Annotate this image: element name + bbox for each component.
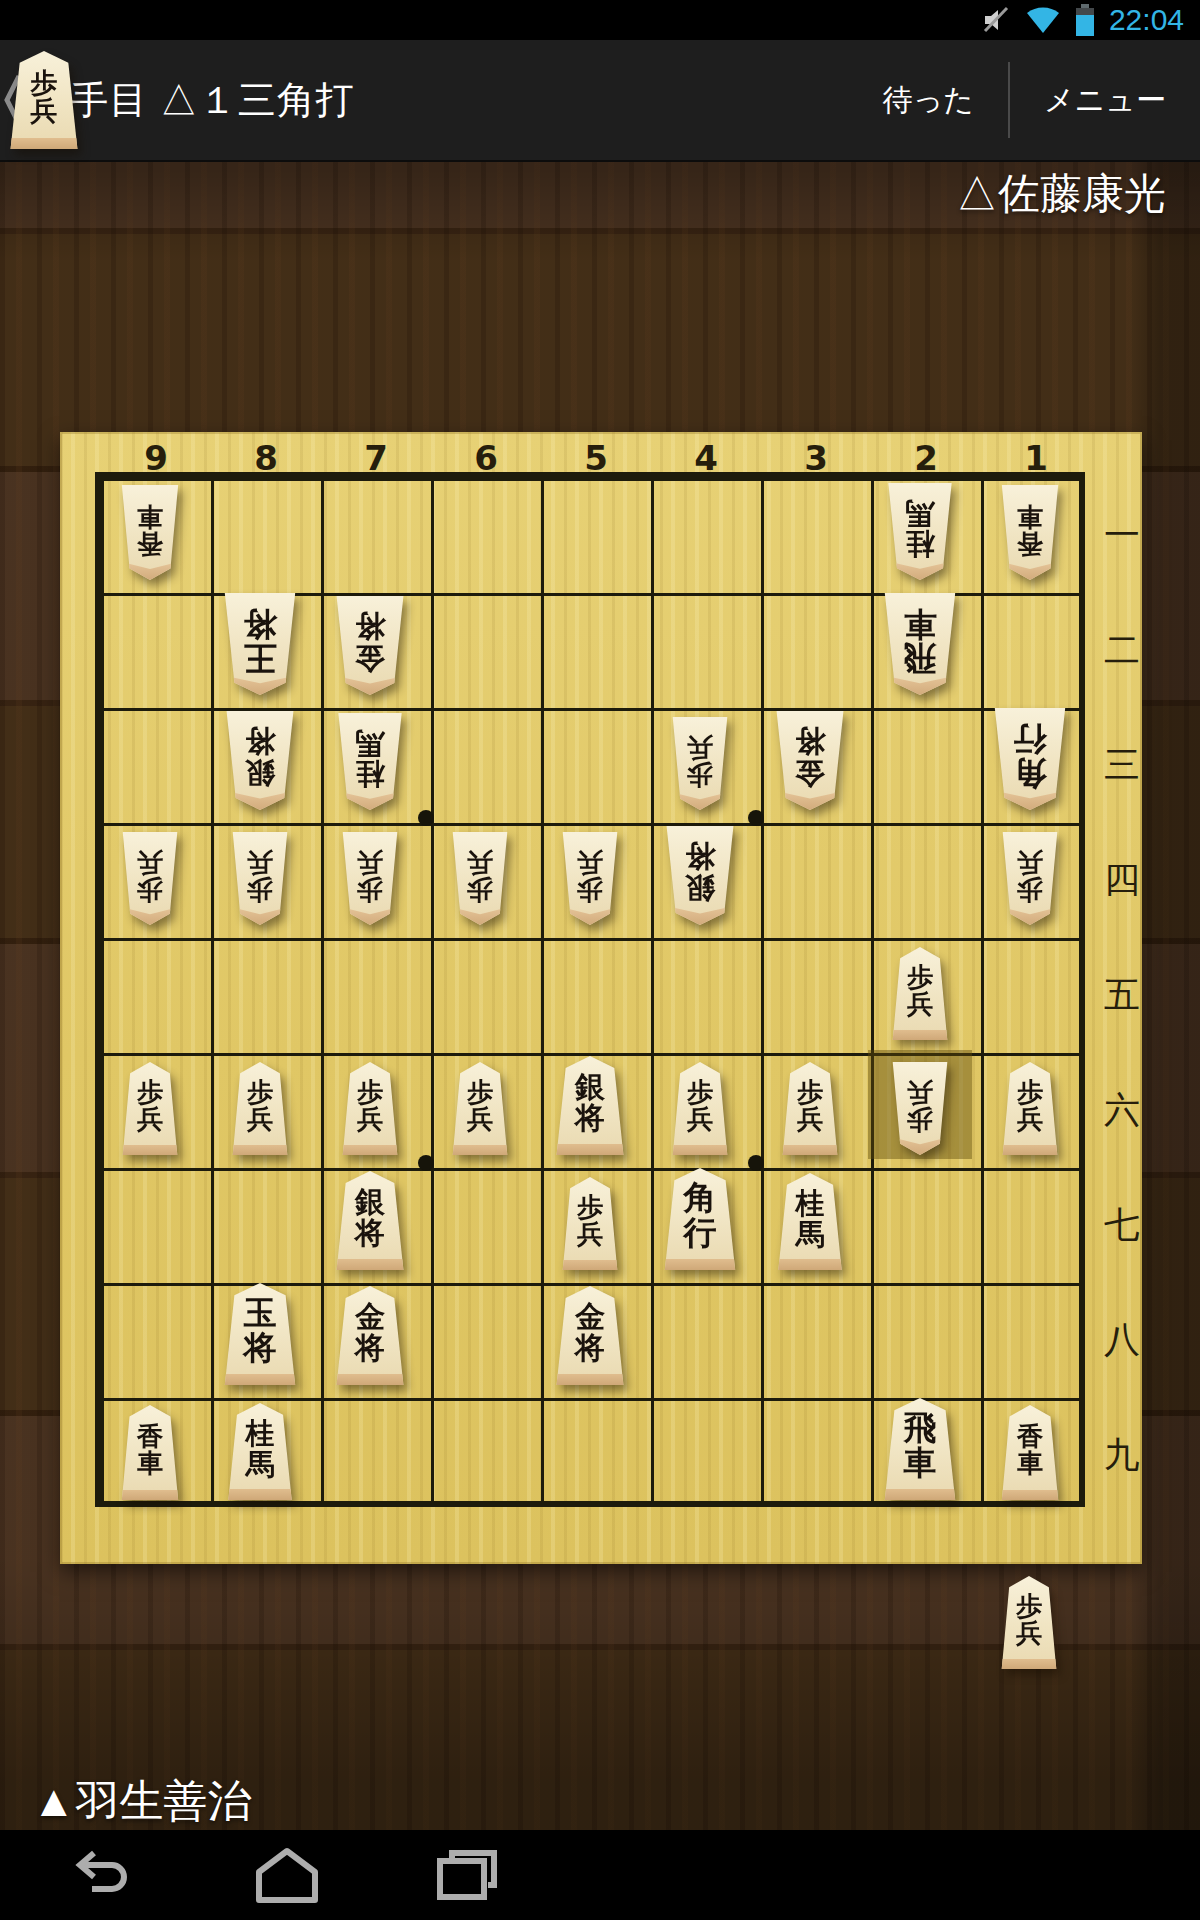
piece-kanji: 歩兵 — [999, 832, 1061, 925]
gote-silver-piece[interactable]: 銀将 — [662, 826, 738, 925]
rank-label: 八 — [1095, 1283, 1149, 1398]
piece-kanji: 歩兵 — [449, 1062, 511, 1155]
gote-pawn-piece[interactable]: 歩兵 — [119, 832, 181, 925]
undo-button[interactable]: 待った — [848, 40, 1007, 160]
piece-kanji: 角行 — [660, 1168, 740, 1270]
piece-kanji: 王将 — [220, 593, 300, 695]
piece-kanji: 桂馬 — [774, 1173, 846, 1270]
file-label: 5 — [541, 438, 651, 478]
rank-label: 五 — [1095, 938, 1149, 1053]
back-icon[interactable] — [40, 1830, 160, 1920]
wifi-icon — [1025, 5, 1061, 35]
app-logo-piece: 歩兵 — [6, 51, 82, 149]
sente-knight-piece[interactable]: 桂馬 — [774, 1173, 846, 1270]
square-2-3[interactable] — [871, 708, 981, 823]
piece-kanji: 香車 — [118, 1405, 182, 1500]
square-2-7[interactable] — [871, 1168, 981, 1283]
square-9-7[interactable] — [101, 1168, 211, 1283]
gote-pawn-piece[interactable]: 歩兵 — [449, 832, 511, 925]
square-6-8[interactable] — [431, 1283, 541, 1398]
piece-kanji: 歩兵 — [229, 832, 291, 925]
app-bar: 歩兵 58手目 △１三角打 待った メニュー — [0, 40, 1200, 162]
gote-pawn-piece[interactable]: 歩兵 — [559, 832, 621, 925]
rank-label: 二 — [1095, 593, 1149, 708]
gote-player-name: △佐藤康光 — [956, 166, 1166, 222]
square-1-2[interactable] — [981, 593, 1091, 708]
file-label: 8 — [211, 438, 321, 478]
square-2-4[interactable] — [871, 823, 981, 938]
square-4-9[interactable] — [651, 1398, 761, 1513]
square-6-1[interactable] — [431, 478, 541, 593]
square-5-2[interactable] — [541, 593, 651, 708]
home-icon[interactable] — [227, 1830, 347, 1920]
square-1-8[interactable] — [981, 1283, 1091, 1398]
piece-kanji: 桂馬 — [334, 713, 406, 810]
gote-rook-piece[interactable]: 飛車 — [880, 593, 960, 695]
square-4-5[interactable] — [651, 938, 761, 1053]
square-9-5[interactable] — [101, 938, 211, 1053]
file-label: 3 — [761, 438, 871, 478]
square-3-5[interactable] — [761, 938, 871, 1053]
piece-kanji: 桂馬 — [884, 483, 956, 580]
sente-pawn-piece[interactable]: 歩兵 — [229, 1062, 291, 1155]
clock: 22:04 — [1109, 5, 1184, 35]
piece-kanji: 角行 — [990, 708, 1070, 810]
file-label: 4 — [651, 438, 761, 478]
sente-pawn-piece[interactable]: 歩兵 — [999, 1062, 1061, 1155]
gote-lance-piece[interactable]: 香車 — [998, 485, 1062, 580]
sente-pawn-piece[interactable]: 歩兵 — [669, 1062, 731, 1155]
square-4-2[interactable] — [651, 593, 761, 708]
piece-kanji: 歩兵 — [998, 1576, 1060, 1669]
square-3-4[interactable] — [761, 823, 871, 938]
square-7-5[interactable] — [321, 938, 431, 1053]
sente-player-name: ▲羽生善治 — [32, 1772, 252, 1831]
file-label: 9 — [101, 438, 211, 478]
file-label: 1 — [981, 438, 1091, 478]
sente-knight-piece[interactable]: 桂馬 — [224, 1403, 296, 1500]
gote-knight-piece[interactable]: 桂馬 — [334, 713, 406, 810]
piece-kanji: 銀将 — [222, 711, 298, 810]
sente-pawn-piece[interactable]: 歩兵 — [339, 1062, 401, 1155]
piece-kanji: 歩兵 — [669, 717, 731, 810]
piece-kanji: 桂馬 — [224, 1403, 296, 1500]
gote-silver-piece[interactable]: 銀将 — [222, 711, 298, 810]
square-6-9[interactable] — [431, 1398, 541, 1513]
sente-rook-piece[interactable]: 飛車 — [880, 1398, 960, 1500]
piece-kanji: 歩兵 — [559, 832, 621, 925]
file-label: 2 — [871, 438, 981, 478]
sente-pawn-piece[interactable]: 歩兵 — [779, 1062, 841, 1155]
app-screen: 22:04 歩兵 58手目 △１三角打 待った メニュー △佐藤康光 ▲羽生善治… — [0, 0, 1200, 1920]
gote-pawn-piece[interactable]: 歩兵 — [669, 717, 731, 810]
piece-kanji: 歩兵 — [999, 1062, 1061, 1155]
piece-kanji: 香車 — [118, 485, 182, 580]
square-7-1[interactable] — [321, 478, 431, 593]
sente-pawn-piece[interactable]: 歩兵 — [889, 947, 951, 1040]
piece-kanji: 歩兵 — [229, 1062, 291, 1155]
square-4-8[interactable] — [651, 1283, 761, 1398]
square-1-7[interactable] — [981, 1168, 1091, 1283]
app-bar-actions: 待った メニュー — [848, 40, 1200, 160]
square-6-2[interactable] — [431, 593, 541, 708]
sente-lance-piece[interactable]: 香車 — [998, 1405, 1062, 1500]
sente-gold-piece[interactable]: 金将 — [552, 1286, 628, 1385]
square-9-2[interactable] — [101, 593, 211, 708]
piece-kanji: 歩兵 — [339, 832, 401, 925]
star-point — [418, 810, 434, 826]
square-8-1[interactable] — [211, 478, 321, 593]
piece-kanji: 香車 — [998, 1405, 1062, 1500]
square-1-5[interactable] — [981, 938, 1091, 1053]
file-label: 6 — [431, 438, 541, 478]
rank-label: 七 — [1095, 1168, 1149, 1283]
square-8-5[interactable] — [211, 938, 321, 1053]
piece-kanji: 金将 — [772, 711, 848, 810]
rank-label: 一 — [1095, 478, 1149, 593]
square-5-1[interactable] — [541, 478, 651, 593]
sente-silver-piece[interactable]: 銀将 — [332, 1171, 408, 1270]
gote-pawn-piece[interactable]: 歩兵 — [229, 832, 291, 925]
square-6-3[interactable] — [431, 708, 541, 823]
gote-knight-piece[interactable]: 桂馬 — [884, 483, 956, 580]
recents-icon[interactable] — [407, 1830, 527, 1920]
square-6-7[interactable] — [431, 1168, 541, 1283]
square-3-2[interactable] — [761, 593, 871, 708]
piece-kanji: 香車 — [998, 485, 1062, 580]
mute-icon — [981, 5, 1011, 35]
battery-icon — [1075, 4, 1095, 36]
sente-king-piece[interactable]: 玉将 — [220, 1283, 300, 1385]
piece-kanji: 歩兵 — [559, 1177, 621, 1270]
piece-kanji: 歩兵 — [889, 947, 951, 1040]
piece-kanji: 歩兵 — [449, 832, 511, 925]
piece-kanji: 歩兵 — [339, 1062, 401, 1155]
piece-kanji: 歩兵 — [119, 1062, 181, 1155]
piece-kanji: 歩兵 — [669, 1062, 731, 1155]
rank-label: 九 — [1095, 1398, 1149, 1513]
sente-lance-piece[interactable]: 香車 — [118, 1405, 182, 1500]
sente-bishop-piece[interactable]: 角行 — [660, 1168, 740, 1270]
gote-gold-piece[interactable]: 金将 — [332, 596, 408, 695]
square-3-9[interactable] — [761, 1398, 871, 1513]
gote-pawn-piece[interactable]: 歩兵 — [999, 832, 1061, 925]
square-9-8[interactable] — [101, 1283, 211, 1398]
sente-pawn-piece[interactable]: 歩兵 — [119, 1062, 181, 1155]
piece-kanji: 銀将 — [552, 1056, 628, 1155]
rank-label: 四 — [1095, 823, 1149, 938]
square-8-7[interactable] — [211, 1168, 321, 1283]
piece-kanji: 玉将 — [220, 1283, 300, 1385]
square-9-3[interactable] — [101, 708, 211, 823]
piece-kanji: 金将 — [552, 1286, 628, 1385]
sente-pawn-piece[interactable]: 歩兵 — [559, 1177, 621, 1270]
gote-bishop-piece[interactable]: 角行 — [990, 708, 1070, 810]
piece-kanji: 歩兵 — [779, 1062, 841, 1155]
star-point — [748, 1155, 764, 1171]
square-6-5[interactable] — [431, 938, 541, 1053]
square-7-9[interactable] — [321, 1398, 431, 1513]
sente-silver-piece[interactable]: 銀将 — [552, 1056, 628, 1155]
sente-pawn-piece[interactable]: 歩兵 — [449, 1062, 511, 1155]
star-point — [748, 810, 764, 826]
piece-kanji: 銀将 — [662, 826, 738, 925]
rank-label: 三 — [1095, 708, 1149, 823]
navigation-bar — [0, 1830, 1200, 1920]
piece-kanji: 銀将 — [332, 1171, 408, 1270]
gote-pawn-piece[interactable]: 歩兵 — [339, 832, 401, 925]
piece-kanji: 金将 — [332, 596, 408, 695]
gote-lance-piece[interactable]: 香車 — [118, 485, 182, 580]
piece-kanji: 飛車 — [880, 1398, 960, 1500]
star-point — [418, 1155, 434, 1171]
square-5-3[interactable] — [541, 708, 651, 823]
square-3-8[interactable] — [761, 1283, 871, 1398]
piece-kanji: 飛車 — [880, 593, 960, 695]
sente-gold-piece[interactable]: 金将 — [332, 1286, 408, 1385]
menu-button[interactable]: メニュー — [1010, 40, 1200, 160]
square-5-5[interactable] — [541, 938, 651, 1053]
square-4-1[interactable] — [651, 478, 761, 593]
piece-kanji: 歩兵 — [119, 832, 181, 925]
sente-pawn-piece[interactable]: 歩兵 — [998, 1576, 1060, 1669]
gote-pawn-piece[interactable]: 歩兵 — [889, 1062, 951, 1155]
file-label: 7 — [321, 438, 431, 478]
square-3-1[interactable] — [761, 478, 871, 593]
gote-gold-piece[interactable]: 金将 — [772, 711, 848, 810]
square-2-8[interactable] — [871, 1283, 981, 1398]
piece-kanji: 歩兵 — [889, 1062, 951, 1155]
app-logo-kanji: 歩兵 — [6, 51, 82, 149]
square-5-9[interactable] — [541, 1398, 651, 1513]
rank-label: 六 — [1095, 1053, 1149, 1168]
piece-kanji: 金将 — [332, 1286, 408, 1385]
gote-king-piece[interactable]: 王将 — [220, 593, 300, 695]
status-bar: 22:04 — [0, 0, 1200, 40]
